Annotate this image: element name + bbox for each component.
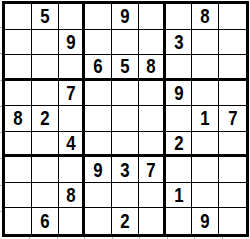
sudoku-screenshot: 598936587982174293781629 [0,0,250,239]
cell-r1c9[interactable] [219,4,246,30]
cell-r6c7[interactable]: 2 [166,132,193,158]
cell-r4c7[interactable]: 9 [166,81,193,107]
cell-r9c3[interactable] [59,208,86,234]
cell-r6c6[interactable] [139,132,166,158]
given-digit: 8 [201,5,210,27]
given-digit: 7 [146,159,155,181]
given-digit: 6 [40,210,49,232]
cell-r6c1[interactable] [5,132,32,158]
given-digit: 1 [201,107,210,129]
cell-r8c2[interactable] [32,183,59,209]
cell-r5c8[interactable]: 1 [192,106,219,132]
cell-r3c3[interactable] [59,55,86,81]
cell-r5c9[interactable]: 7 [219,106,246,132]
cell-r6c2[interactable] [32,132,59,158]
cell-r1c6[interactable] [139,4,166,30]
given-digit: 6 [94,55,103,77]
cell-r8c5[interactable] [112,183,139,209]
cell-r2c5[interactable] [112,30,139,56]
given-digit: 5 [120,55,129,77]
cell-r1c1[interactable] [5,4,32,30]
cell-r4c6[interactable] [139,81,166,107]
cell-r1c8[interactable]: 8 [192,4,219,30]
cell-r7c3[interactable] [59,157,86,183]
cell-r5c5[interactable] [112,106,139,132]
given-digit: 1 [174,184,183,206]
grid-tick [57,237,58,239]
cell-r5c2[interactable]: 2 [32,106,59,132]
cell-r6c9[interactable] [219,132,246,158]
cell-r4c9[interactable] [219,81,246,107]
given-digit: 9 [201,210,210,232]
cell-r8c7[interactable]: 1 [166,183,193,209]
cell-r8c4[interactable] [85,183,112,209]
cell-r4c4[interactable] [85,81,112,107]
cell-r9c7[interactable] [166,208,193,234]
given-digit: 7 [228,107,237,129]
grid-tick [0,185,2,186]
cell-r5c1[interactable]: 8 [5,106,32,132]
cell-r5c4[interactable] [85,106,112,132]
given-digit: 9 [174,82,183,104]
cell-r3c4[interactable]: 6 [85,55,112,81]
given-digit: 2 [174,132,183,154]
grid-tick [0,211,2,212]
cell-r5c6[interactable] [139,106,166,132]
given-digit: 8 [66,184,75,206]
cell-r2c3[interactable]: 9 [59,30,86,56]
given-digit: 8 [13,107,22,129]
given-digit: 3 [174,31,183,53]
cell-r1c3[interactable] [59,4,86,30]
grid-tick [222,237,223,239]
grid-tick [0,106,2,107]
cell-r5c3[interactable] [59,106,86,132]
cell-r7c4[interactable]: 9 [85,157,112,183]
cell-r4c8[interactable] [192,81,219,107]
cell-r8c8[interactable] [192,183,219,209]
cell-r7c2[interactable] [32,157,59,183]
cell-r9c4[interactable] [85,208,112,234]
cell-r1c7[interactable] [166,4,193,30]
cell-r6c3[interactable]: 4 [59,132,86,158]
grid-tick [84,237,85,239]
cell-r9c6[interactable] [139,208,166,234]
given-digit: 9 [66,31,75,53]
grid-tick [0,27,2,28]
cell-r7c1[interactable] [5,157,32,183]
cell-r8c9[interactable] [219,183,246,209]
given-digit: 8 [146,55,155,77]
cell-r8c6[interactable] [139,183,166,209]
cell-r1c2[interactable]: 5 [32,4,59,30]
cell-r3c7[interactable] [166,55,193,81]
grid-tick [0,132,2,133]
given-digit: 4 [66,132,75,154]
cell-r9c8[interactable]: 9 [192,208,219,234]
given-digit: 2 [40,107,49,129]
given-digit: 2 [120,210,129,232]
grid-tick [0,53,2,54]
cell-r4c2[interactable] [32,81,59,107]
cell-r7c9[interactable] [219,157,246,183]
grid-tick [167,237,168,239]
cell-r2c9[interactable] [219,30,246,56]
cell-r3c9[interactable] [219,55,246,81]
cell-r9c2[interactable]: 6 [32,208,59,234]
cell-r4c1[interactable] [5,81,32,107]
cell-r3c2[interactable] [32,55,59,81]
given-digit: 9 [94,159,103,181]
cell-r2c2[interactable] [32,30,59,56]
grid-tick [29,237,30,239]
cell-r8c3[interactable]: 8 [59,183,86,209]
cell-r3c8[interactable] [192,55,219,81]
cell-r9c1[interactable] [5,208,32,234]
grid-tick [0,80,2,81]
cell-r2c1[interactable] [5,30,32,56]
given-digit: 5 [40,5,49,27]
cell-r2c6[interactable] [139,30,166,56]
grid-tick [0,158,2,159]
sudoku-board: 598936587982174293781629 [2,1,249,237]
cell-r1c4[interactable] [85,4,112,30]
cell-r9c9[interactable] [219,208,246,234]
cell-r6c5[interactable] [112,132,139,158]
grid-tick [112,237,113,239]
grid-tick [139,237,140,239]
cell-r4c5[interactable] [112,81,139,107]
cell-r7c8[interactable] [192,157,219,183]
cell-r7c5[interactable]: 3 [112,157,139,183]
given-digit: 9 [120,5,129,27]
grid-tick [194,237,195,239]
given-digit: 3 [120,159,129,181]
cell-r1c5[interactable]: 9 [112,4,139,30]
cell-r5c7[interactable] [166,106,193,132]
cell-r9c5[interactable]: 2 [112,208,139,234]
cell-r7c7[interactable] [166,157,193,183]
cell-r2c4[interactable] [85,30,112,56]
cell-r6c8[interactable] [192,132,219,158]
cell-r2c8[interactable] [192,30,219,56]
cell-r2c7[interactable]: 3 [166,30,193,56]
cell-r3c6[interactable]: 8 [139,55,166,81]
cell-r6c4[interactable] [85,132,112,158]
cell-r8c1[interactable] [5,183,32,209]
cell-r7c6[interactable]: 7 [139,157,166,183]
cell-r3c5[interactable]: 5 [112,55,139,81]
cell-r4c3[interactable]: 7 [59,81,86,107]
given-digit: 7 [66,82,75,104]
cell-r3c1[interactable] [5,55,32,81]
